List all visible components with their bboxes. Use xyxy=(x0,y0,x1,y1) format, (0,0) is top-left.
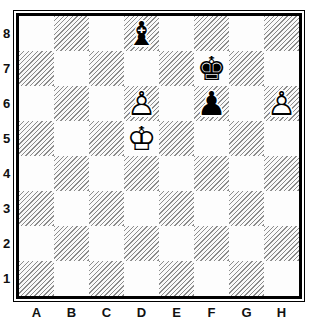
rank-label-6: 6 xyxy=(0,86,13,121)
square-a7[interactable] xyxy=(19,51,54,86)
square-e2[interactable] xyxy=(159,226,194,261)
square-g6[interactable] xyxy=(229,86,264,121)
square-a1[interactable] xyxy=(19,261,54,296)
square-h6[interactable]: ♟♙ xyxy=(264,86,299,121)
file-label-f: F xyxy=(194,302,229,320)
file-label-d: D xyxy=(124,302,159,320)
rank-label-5: 5 xyxy=(0,121,13,156)
square-c6[interactable] xyxy=(89,86,124,121)
square-g4[interactable] xyxy=(229,156,264,191)
file-labels: ABCDEFGH xyxy=(13,302,305,320)
square-b3[interactable] xyxy=(54,191,89,226)
white-pawn-piece: ♙ xyxy=(264,86,299,121)
square-d1[interactable] xyxy=(124,261,159,296)
square-d7[interactable] xyxy=(124,51,159,86)
square-e4[interactable] xyxy=(159,156,194,191)
square-g3[interactable] xyxy=(229,191,264,226)
rank-label-7: 7 xyxy=(0,51,13,86)
square-b4[interactable] xyxy=(54,156,89,191)
rank-label-2: 2 xyxy=(0,226,13,261)
square-b7[interactable] xyxy=(54,51,89,86)
square-e7[interactable] xyxy=(159,51,194,86)
square-g8[interactable] xyxy=(229,16,264,51)
square-a2[interactable] xyxy=(19,226,54,261)
square-b8[interactable] xyxy=(54,16,89,51)
square-e6[interactable] xyxy=(159,86,194,121)
square-c2[interactable] xyxy=(89,226,124,261)
square-h2[interactable] xyxy=(264,226,299,261)
rank-label-8: 8 xyxy=(0,16,13,51)
square-h8[interactable] xyxy=(264,16,299,51)
rank-labels: 87654321 xyxy=(0,10,13,302)
square-c5[interactable] xyxy=(89,121,124,156)
square-a6[interactable] xyxy=(19,86,54,121)
square-f5[interactable] xyxy=(194,121,229,156)
square-g5[interactable] xyxy=(229,121,264,156)
black-bishop-piece: ♝ xyxy=(124,16,159,51)
square-c4[interactable] xyxy=(89,156,124,191)
rank-label-1: 1 xyxy=(0,261,13,296)
square-f6[interactable]: ♟♟ xyxy=(194,86,229,121)
square-a8[interactable] xyxy=(19,16,54,51)
square-f2[interactable] xyxy=(194,226,229,261)
square-d5[interactable]: ♚♔ xyxy=(124,121,159,156)
square-g1[interactable] xyxy=(229,261,264,296)
square-e3[interactable] xyxy=(159,191,194,226)
square-f3[interactable] xyxy=(194,191,229,226)
chess-diagram-page: 87654321 ♝♝♚♚♟♙♟♟♟♙♚♔ ABCDEFGH xyxy=(0,0,314,320)
white-pawn-piece: ♙ xyxy=(124,86,159,121)
square-d2[interactable] xyxy=(124,226,159,261)
square-a4[interactable] xyxy=(19,156,54,191)
square-a3[interactable] xyxy=(19,191,54,226)
rank-label-4: 4 xyxy=(0,156,13,191)
rank-label-3: 3 xyxy=(0,191,13,226)
square-c8[interactable] xyxy=(89,16,124,51)
chess-diagram: 87654321 ♝♝♚♚♟♙♟♟♟♙♚♔ ABCDEFGH xyxy=(0,10,305,320)
square-e5[interactable] xyxy=(159,121,194,156)
square-e8[interactable] xyxy=(159,16,194,51)
file-label-g: G xyxy=(229,302,264,320)
square-d4[interactable] xyxy=(124,156,159,191)
square-b2[interactable] xyxy=(54,226,89,261)
square-c1[interactable] xyxy=(89,261,124,296)
chess-board-frame: ♝♝♚♚♟♙♟♟♟♙♚♔ xyxy=(13,10,305,302)
square-d3[interactable] xyxy=(124,191,159,226)
file-label-e: E xyxy=(159,302,194,320)
square-h4[interactable] xyxy=(264,156,299,191)
square-b6[interactable] xyxy=(54,86,89,121)
square-f7[interactable]: ♚♚ xyxy=(194,51,229,86)
file-label-b: B xyxy=(54,302,89,320)
file-label-h: H xyxy=(264,302,299,320)
board-grid: ♝♝♚♚♟♙♟♟♟♙♚♔ xyxy=(19,16,299,296)
square-f8[interactable] xyxy=(194,16,229,51)
square-g7[interactable] xyxy=(229,51,264,86)
square-f4[interactable] xyxy=(194,156,229,191)
square-h7[interactable] xyxy=(264,51,299,86)
square-e1[interactable] xyxy=(159,261,194,296)
square-c7[interactable] xyxy=(89,51,124,86)
square-h5[interactable] xyxy=(264,121,299,156)
square-a5[interactable] xyxy=(19,121,54,156)
file-label-a: A xyxy=(19,302,54,320)
square-d8[interactable]: ♝♝ xyxy=(124,16,159,51)
square-g2[interactable] xyxy=(229,226,264,261)
square-d6[interactable]: ♟♙ xyxy=(124,86,159,121)
white-king-piece: ♔ xyxy=(124,121,159,156)
square-f1[interactable] xyxy=(194,261,229,296)
black-pawn-piece: ♟ xyxy=(194,86,229,121)
square-b5[interactable] xyxy=(54,121,89,156)
square-h3[interactable] xyxy=(264,191,299,226)
square-b1[interactable] xyxy=(54,261,89,296)
chess-board: ♝♝♚♚♟♙♟♟♟♙♚♔ xyxy=(16,13,302,299)
file-label-c: C xyxy=(89,302,124,320)
square-h1[interactable] xyxy=(264,261,299,296)
square-c3[interactable] xyxy=(89,191,124,226)
black-king-piece: ♚ xyxy=(194,51,229,86)
